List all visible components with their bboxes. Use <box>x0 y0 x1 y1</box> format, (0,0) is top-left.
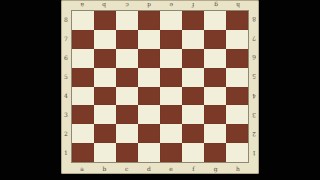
square-f8[interactable] <box>182 11 204 30</box>
file-label-top-g: g <box>205 0 227 10</box>
photo-background: { "game": "chess", "position": "8/8/8/8/… <box>0 0 320 180</box>
square-a5[interactable] <box>72 68 94 87</box>
rank-label-right-4: 4 <box>249 87 259 106</box>
file-label-bottom-d: d <box>138 163 160 174</box>
square-a2[interactable] <box>72 124 94 143</box>
file-labels-top: abcdefgh <box>71 0 249 10</box>
rank-label-right-2: 2 <box>249 125 259 144</box>
square-c6[interactable] <box>116 49 138 68</box>
square-d3[interactable] <box>138 105 160 124</box>
rank-label-left-6: 6 <box>61 48 71 67</box>
file-label-top-h: h <box>227 0 249 10</box>
square-a7[interactable] <box>72 30 94 49</box>
file-label-bottom-a: a <box>71 163 93 174</box>
rank-label-left-3: 3 <box>61 106 71 125</box>
square-a3[interactable] <box>72 105 94 124</box>
square-d4[interactable] <box>138 87 160 106</box>
rank-label-right-1: 1 <box>249 144 259 163</box>
rank-label-left-5: 5 <box>61 67 71 86</box>
file-label-bottom-g: g <box>205 163 227 174</box>
square-f7[interactable] <box>182 30 204 49</box>
file-label-top-c: c <box>116 0 138 10</box>
square-e1[interactable] <box>160 143 182 162</box>
square-h2[interactable] <box>226 124 248 143</box>
square-g3[interactable] <box>204 105 226 124</box>
square-e7[interactable] <box>160 30 182 49</box>
rank-labels-right: 87654321 <box>249 10 259 163</box>
square-c2[interactable] <box>116 124 138 143</box>
rank-label-right-8: 8 <box>249 10 259 29</box>
square-g1[interactable] <box>204 143 226 162</box>
square-g4[interactable] <box>204 87 226 106</box>
rank-label-left-2: 2 <box>61 125 71 144</box>
square-a1[interactable] <box>72 143 94 162</box>
square-h7[interactable] <box>226 30 248 49</box>
square-g6[interactable] <box>204 49 226 68</box>
square-b7[interactable] <box>94 30 116 49</box>
square-h3[interactable] <box>226 105 248 124</box>
rank-label-left-1: 1 <box>61 144 71 163</box>
square-g7[interactable] <box>204 30 226 49</box>
square-h5[interactable] <box>226 68 248 87</box>
square-e6[interactable] <box>160 49 182 68</box>
square-h8[interactable] <box>226 11 248 30</box>
file-label-bottom-h: h <box>227 163 249 174</box>
square-b5[interactable] <box>94 68 116 87</box>
square-c4[interactable] <box>116 87 138 106</box>
square-f2[interactable] <box>182 124 204 143</box>
square-f3[interactable] <box>182 105 204 124</box>
rank-labels-left: 87654321 <box>61 10 71 163</box>
square-e8[interactable] <box>160 11 182 30</box>
file-label-bottom-f: f <box>182 163 204 174</box>
square-d8[interactable] <box>138 11 160 30</box>
square-g2[interactable] <box>204 124 226 143</box>
square-f4[interactable] <box>182 87 204 106</box>
file-label-top-f: f <box>182 0 204 10</box>
square-d1[interactable] <box>138 143 160 162</box>
square-h4[interactable] <box>226 87 248 106</box>
square-g5[interactable] <box>204 68 226 87</box>
square-e3[interactable] <box>160 105 182 124</box>
square-d6[interactable] <box>138 49 160 68</box>
rank-label-left-4: 4 <box>61 87 71 106</box>
file-label-top-e: e <box>160 0 182 10</box>
rank-label-right-3: 3 <box>249 106 259 125</box>
square-a6[interactable] <box>72 49 94 68</box>
square-f1[interactable] <box>182 143 204 162</box>
rank-label-right-5: 5 <box>249 67 259 86</box>
board-squares <box>71 10 249 163</box>
square-b6[interactable] <box>94 49 116 68</box>
square-c1[interactable] <box>116 143 138 162</box>
square-d2[interactable] <box>138 124 160 143</box>
file-label-bottom-b: b <box>93 163 115 174</box>
chess-board: abcdefgh abcdefgh 87654321 87654321 <box>61 0 259 174</box>
rank-label-left-7: 7 <box>61 29 71 48</box>
file-label-top-b: b <box>93 0 115 10</box>
file-label-bottom-e: e <box>160 163 182 174</box>
rank-label-left-8: 8 <box>61 10 71 29</box>
square-d5[interactable] <box>138 68 160 87</box>
square-c3[interactable] <box>116 105 138 124</box>
square-e4[interactable] <box>160 87 182 106</box>
square-c8[interactable] <box>116 11 138 30</box>
square-c7[interactable] <box>116 30 138 49</box>
square-b1[interactable] <box>94 143 116 162</box>
square-d7[interactable] <box>138 30 160 49</box>
square-c5[interactable] <box>116 68 138 87</box>
square-a4[interactable] <box>72 87 94 106</box>
square-b4[interactable] <box>94 87 116 106</box>
square-b3[interactable] <box>94 105 116 124</box>
file-label-bottom-c: c <box>116 163 138 174</box>
square-e5[interactable] <box>160 68 182 87</box>
square-b8[interactable] <box>94 11 116 30</box>
file-label-top-d: d <box>138 0 160 10</box>
square-h6[interactable] <box>226 49 248 68</box>
square-b2[interactable] <box>94 124 116 143</box>
square-g8[interactable] <box>204 11 226 30</box>
rank-label-right-6: 6 <box>249 48 259 67</box>
file-label-top-a: a <box>71 0 93 10</box>
square-h1[interactable] <box>226 143 248 162</box>
square-a8[interactable] <box>72 11 94 30</box>
square-f5[interactable] <box>182 68 204 87</box>
square-e2[interactable] <box>160 124 182 143</box>
rank-label-right-7: 7 <box>249 29 259 48</box>
file-labels-bottom: abcdefgh <box>71 163 249 174</box>
square-f6[interactable] <box>182 49 204 68</box>
